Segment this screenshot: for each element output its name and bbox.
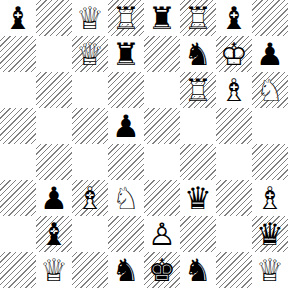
piece-fill-mask: ♞	[109, 181, 142, 214]
square-c2[interactable]	[72, 216, 108, 252]
square-g5[interactable]	[216, 108, 252, 144]
square-c3[interactable]: ♝♗	[72, 180, 108, 216]
piece-white-knight: ♘	[252, 72, 288, 108]
piece-white-bishop: ♗	[216, 72, 252, 108]
square-h8[interactable]	[252, 0, 288, 36]
piece-black-knight: ♞	[180, 36, 216, 72]
square-a7[interactable]	[0, 36, 36, 72]
square-a3[interactable]	[0, 180, 36, 216]
square-g3[interactable]	[216, 180, 252, 216]
piece-fill-mask: ♟	[145, 217, 178, 250]
square-c7[interactable]: ♛♕	[72, 36, 108, 72]
square-g1[interactable]	[216, 252, 252, 288]
piece-black-knight: ♞	[108, 252, 144, 288]
square-d5[interactable]: ♟♟	[108, 108, 144, 144]
piece-black-rook: ♜	[144, 0, 180, 36]
piece-fill-mask: ♝	[253, 181, 286, 214]
piece-white-bishop: ♗	[252, 180, 288, 216]
piece-fill-mask: ♝	[37, 217, 70, 250]
piece-black-king: ♚	[144, 252, 180, 288]
piece-white-rook: ♖	[180, 0, 216, 36]
piece-fill-mask: ♚	[145, 253, 178, 286]
piece-fill-mask: ♝	[1, 1, 34, 34]
square-d4[interactable]	[108, 144, 144, 180]
piece-fill-mask: ♞	[253, 73, 286, 106]
piece-fill-mask: ♝	[217, 1, 250, 34]
piece-white-queen: ♕	[252, 252, 288, 288]
square-f1[interactable]: ♞♞	[180, 252, 216, 288]
square-b4[interactable]	[36, 144, 72, 180]
piece-fill-mask: ♛	[253, 217, 286, 250]
piece-black-pawn: ♟	[252, 36, 288, 72]
square-a4[interactable]	[0, 144, 36, 180]
piece-white-knight: ♘	[108, 180, 144, 216]
square-e8[interactable]: ♜♜	[144, 0, 180, 36]
piece-black-knight: ♞	[180, 252, 216, 288]
piece-fill-mask: ♝	[73, 181, 106, 214]
piece-fill-mask: ♛	[37, 253, 70, 286]
square-d3[interactable]: ♞♘	[108, 180, 144, 216]
piece-black-bishop: ♝	[216, 0, 252, 36]
piece-fill-mask: ♟	[253, 37, 286, 70]
piece-fill-mask: ♜	[109, 1, 142, 34]
square-e4[interactable]	[144, 144, 180, 180]
piece-fill-mask: ♟	[109, 109, 142, 142]
piece-fill-mask: ♝	[217, 73, 250, 106]
piece-fill-mask: ♜	[181, 73, 214, 106]
square-h1[interactable]: ♛♕	[252, 252, 288, 288]
square-a8[interactable]: ♝♝	[0, 0, 36, 36]
piece-black-queen: ♛	[180, 180, 216, 216]
piece-fill-mask: ♜	[181, 1, 214, 34]
square-g8[interactable]: ♝♝	[216, 0, 252, 36]
square-h2[interactable]: ♛♛	[252, 216, 288, 252]
square-c1[interactable]	[72, 252, 108, 288]
square-a6[interactable]	[0, 72, 36, 108]
square-b1[interactable]: ♛♕	[36, 252, 72, 288]
piece-black-bishop: ♝	[36, 216, 72, 252]
square-b5[interactable]	[36, 108, 72, 144]
square-b6[interactable]	[36, 72, 72, 108]
square-b3[interactable]: ♟♟	[36, 180, 72, 216]
piece-black-bishop: ♝	[0, 0, 36, 36]
piece-white-queen: ♕	[72, 0, 108, 36]
square-g6[interactable]: ♝♗	[216, 72, 252, 108]
square-c5[interactable]	[72, 108, 108, 144]
square-f8[interactable]: ♜♖	[180, 0, 216, 36]
square-e3[interactable]	[144, 180, 180, 216]
piece-white-rook: ♖	[108, 0, 144, 36]
piece-black-pawn: ♟	[108, 108, 144, 144]
piece-fill-mask: ♞	[181, 37, 214, 70]
square-b8[interactable]	[36, 0, 72, 36]
square-e6[interactable]	[144, 72, 180, 108]
square-f3[interactable]: ♛♛	[180, 180, 216, 216]
square-h3[interactable]: ♝♗	[252, 180, 288, 216]
square-g2[interactable]	[216, 216, 252, 252]
square-c8[interactable]: ♛♕	[72, 0, 108, 36]
square-g7[interactable]: ♚♔	[216, 36, 252, 72]
piece-fill-mask: ♛	[73, 37, 106, 70]
piece-fill-mask: ♚	[217, 37, 250, 70]
piece-white-queen: ♕	[36, 252, 72, 288]
piece-white-rook: ♖	[180, 72, 216, 108]
square-a5[interactable]	[0, 108, 36, 144]
square-e7[interactable]	[144, 36, 180, 72]
piece-black-pawn: ♟	[36, 180, 72, 216]
square-d7[interactable]: ♜♜	[108, 36, 144, 72]
piece-white-pawn: ♙	[144, 216, 180, 252]
piece-fill-mask: ♞	[109, 253, 142, 286]
square-c4[interactable]	[72, 144, 108, 180]
piece-black-queen: ♛	[252, 216, 288, 252]
square-f5[interactable]	[180, 108, 216, 144]
square-d6[interactable]	[108, 72, 144, 108]
square-e1[interactable]: ♚♚	[144, 252, 180, 288]
piece-fill-mask: ♜	[109, 37, 142, 70]
square-h6[interactable]: ♞♘	[252, 72, 288, 108]
square-d8[interactable]: ♜♖	[108, 0, 144, 36]
square-h7[interactable]: ♟♟	[252, 36, 288, 72]
square-e2[interactable]: ♟♙	[144, 216, 180, 252]
square-d1[interactable]: ♞♞	[108, 252, 144, 288]
piece-fill-mask: ♛	[181, 181, 214, 214]
square-h4[interactable]	[252, 144, 288, 180]
square-f7[interactable]: ♞♞	[180, 36, 216, 72]
square-g4[interactable]	[216, 144, 252, 180]
square-f4[interactable]	[180, 144, 216, 180]
chess-board: ♝♝♛♕♜♖♜♜♜♖♝♝♛♕♜♜♞♞♚♔♟♟♜♖♝♗♞♘♟♟♟♟♝♗♞♘♛♛♝♗…	[0, 0, 288, 288]
square-d2[interactable]	[108, 216, 144, 252]
square-c6[interactable]	[72, 72, 108, 108]
square-b7[interactable]	[36, 36, 72, 72]
piece-fill-mask: ♛	[73, 1, 106, 34]
piece-white-bishop: ♗	[72, 180, 108, 216]
piece-white-queen: ♕	[72, 36, 108, 72]
square-b2[interactable]: ♝♝	[36, 216, 72, 252]
piece-fill-mask: ♟	[37, 181, 70, 214]
piece-black-rook: ♜	[108, 36, 144, 72]
piece-white-king: ♔	[216, 36, 252, 72]
piece-fill-mask: ♜	[145, 1, 178, 34]
piece-fill-mask: ♛	[253, 253, 286, 286]
square-e5[interactable]	[144, 108, 180, 144]
square-f2[interactable]	[180, 216, 216, 252]
piece-fill-mask: ♞	[181, 253, 214, 286]
square-f6[interactable]: ♜♖	[180, 72, 216, 108]
square-h5[interactable]	[252, 108, 288, 144]
square-a2[interactable]	[0, 216, 36, 252]
square-a1[interactable]	[0, 252, 36, 288]
